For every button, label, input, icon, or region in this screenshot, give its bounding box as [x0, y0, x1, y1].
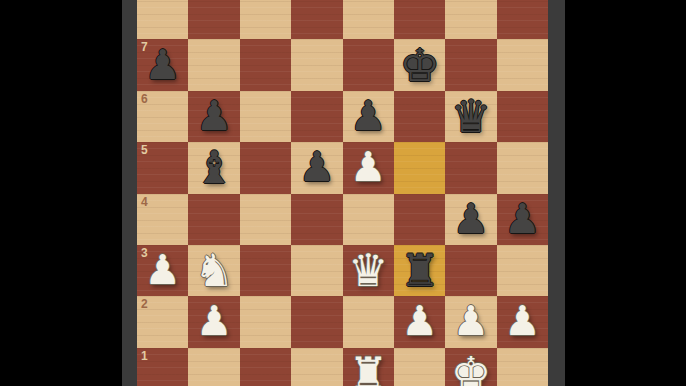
- square-d6[interactable]: [291, 91, 342, 142]
- square-c3[interactable]: [240, 245, 291, 296]
- square-b4[interactable]: [188, 194, 239, 245]
- square-c1[interactable]: [240, 348, 291, 386]
- square-f6[interactable]: [394, 91, 445, 142]
- piece-black-pawn[interactable]: ♟: [291, 142, 342, 193]
- square-g7[interactable]: [445, 39, 496, 90]
- rank-label-2: 2: [141, 298, 148, 310]
- square-e5[interactable]: ♟: [343, 142, 394, 193]
- square-e2[interactable]: [343, 296, 394, 347]
- piece-white-pawn[interactable]: ♟: [445, 296, 496, 347]
- square-h6[interactable]: [497, 91, 548, 142]
- screenshot-root: 87♟♚6♟♟♛5♝♟♟4♟♟3♟♞♛♜2♟♟♟♟1♜♚: [0, 0, 686, 386]
- square-g6[interactable]: ♛: [445, 91, 496, 142]
- piece-black-pawn[interactable]: ♟: [188, 91, 239, 142]
- piece-white-pawn[interactable]: ♟: [497, 296, 548, 347]
- letterbox-right: [565, 0, 686, 386]
- square-c7[interactable]: [240, 39, 291, 90]
- square-b6[interactable]: ♟: [188, 91, 239, 142]
- piece-white-pawn[interactable]: ♟: [137, 245, 188, 296]
- piece-black-pawn[interactable]: ♟: [137, 39, 188, 90]
- square-g3[interactable]: [445, 245, 496, 296]
- piece-black-queen[interactable]: ♛: [445, 91, 496, 142]
- square-h8[interactable]: [497, 0, 548, 39]
- square-f3[interactable]: ♜: [394, 245, 445, 296]
- square-d5[interactable]: ♟: [291, 142, 342, 193]
- square-d4[interactable]: [291, 194, 342, 245]
- chess-board: 87♟♚6♟♟♛5♝♟♟4♟♟3♟♞♛♜2♟♟♟♟1♜♚: [137, 0, 548, 386]
- square-h2[interactable]: ♟: [497, 296, 548, 347]
- rank-label-5: 5: [141, 144, 148, 156]
- square-h7[interactable]: [497, 39, 548, 90]
- square-b3[interactable]: ♞: [188, 245, 239, 296]
- square-g1[interactable]: ♚: [445, 348, 496, 386]
- square-a1[interactable]: 1: [137, 348, 188, 386]
- square-e1[interactable]: ♜: [343, 348, 394, 386]
- square-f2[interactable]: ♟: [394, 296, 445, 347]
- square-b1[interactable]: [188, 348, 239, 386]
- square-b7[interactable]: [188, 39, 239, 90]
- piece-white-king[interactable]: ♚: [445, 348, 496, 386]
- piece-white-pawn[interactable]: ♟: [188, 296, 239, 347]
- piece-white-knight[interactable]: ♞: [188, 245, 239, 296]
- square-d7[interactable]: [291, 39, 342, 90]
- square-e8[interactable]: [343, 0, 394, 39]
- piece-white-rook[interactable]: ♜: [343, 348, 394, 386]
- square-f4[interactable]: [394, 194, 445, 245]
- square-h1[interactable]: [497, 348, 548, 386]
- piece-black-pawn[interactable]: ♟: [497, 194, 548, 245]
- piece-black-bishop[interactable]: ♝: [188, 142, 239, 193]
- piece-white-queen[interactable]: ♛: [343, 245, 394, 296]
- letterbox-left: [0, 0, 122, 386]
- square-e3[interactable]: ♛: [343, 245, 394, 296]
- rank-label-1: 1: [141, 350, 148, 362]
- square-d3[interactable]: [291, 245, 342, 296]
- piece-white-pawn[interactable]: ♟: [394, 296, 445, 347]
- rank-label-4: 4: [141, 196, 148, 208]
- square-c2[interactable]: [240, 296, 291, 347]
- square-a4[interactable]: 4: [137, 194, 188, 245]
- square-g4[interactable]: ♟: [445, 194, 496, 245]
- square-g8[interactable]: [445, 0, 496, 39]
- square-b5[interactable]: ♝: [188, 142, 239, 193]
- square-f1[interactable]: [394, 348, 445, 386]
- square-c6[interactable]: [240, 91, 291, 142]
- square-d8[interactable]: [291, 0, 342, 39]
- square-d1[interactable]: [291, 348, 342, 386]
- piece-white-pawn[interactable]: ♟: [343, 142, 394, 193]
- square-f7[interactable]: ♚: [394, 39, 445, 90]
- square-c8[interactable]: [240, 0, 291, 39]
- square-e6[interactable]: ♟: [343, 91, 394, 142]
- piece-black-king[interactable]: ♚: [394, 39, 445, 90]
- square-h5[interactable]: [497, 142, 548, 193]
- square-g5[interactable]: [445, 142, 496, 193]
- square-a3[interactable]: 3♟: [137, 245, 188, 296]
- rank-label-8: 8: [141, 0, 148, 2]
- square-g2[interactable]: ♟: [445, 296, 496, 347]
- square-a2[interactable]: 2: [137, 296, 188, 347]
- square-a7[interactable]: 7♟: [137, 39, 188, 90]
- square-b2[interactable]: ♟: [188, 296, 239, 347]
- square-f5[interactable]: [394, 142, 445, 193]
- square-h4[interactable]: ♟: [497, 194, 548, 245]
- square-a5[interactable]: 5: [137, 142, 188, 193]
- piece-black-pawn[interactable]: ♟: [343, 91, 394, 142]
- piece-black-rook[interactable]: ♜: [394, 245, 445, 296]
- square-d2[interactable]: [291, 296, 342, 347]
- square-a6[interactable]: 6: [137, 91, 188, 142]
- square-a8[interactable]: 8: [137, 0, 188, 39]
- square-c5[interactable]: [240, 142, 291, 193]
- square-h3[interactable]: [497, 245, 548, 296]
- square-c4[interactable]: [240, 194, 291, 245]
- rank-label-6: 6: [141, 93, 148, 105]
- square-e7[interactable]: [343, 39, 394, 90]
- square-f8[interactable]: [394, 0, 445, 39]
- piece-black-pawn[interactable]: ♟: [445, 194, 496, 245]
- square-e4[interactable]: [343, 194, 394, 245]
- square-b8[interactable]: [188, 0, 239, 39]
